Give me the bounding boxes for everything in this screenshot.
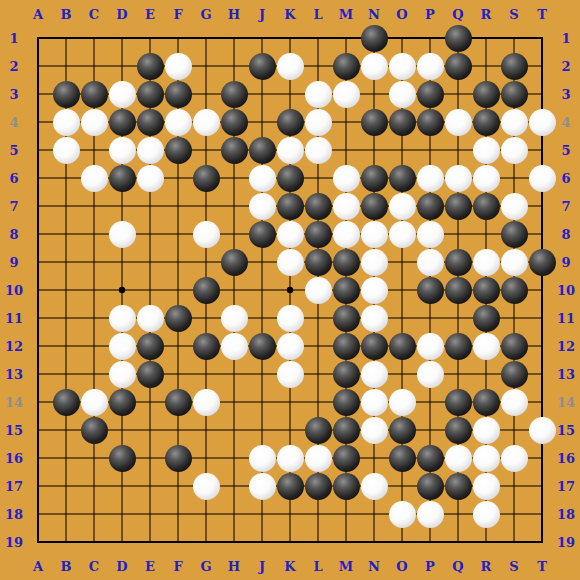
intersection-T3[interactable]	[528, 80, 556, 108]
intersection-G8[interactable]	[192, 220, 220, 248]
intersection-C10[interactable]	[80, 276, 108, 304]
intersection-P13[interactable]	[416, 360, 444, 388]
intersection-G15[interactable]	[192, 416, 220, 444]
intersection-C14[interactable]	[80, 388, 108, 416]
intersection-K8[interactable]	[276, 220, 304, 248]
intersection-F3[interactable]	[164, 80, 192, 108]
intersection-N3[interactable]	[360, 80, 388, 108]
intersection-B4[interactable]	[52, 108, 80, 136]
intersection-B19[interactable]	[52, 528, 80, 556]
intersection-M13[interactable]	[332, 360, 360, 388]
intersection-L8[interactable]	[304, 220, 332, 248]
intersection-S5[interactable]	[500, 136, 528, 164]
intersection-O11[interactable]	[388, 304, 416, 332]
intersection-L18[interactable]	[304, 500, 332, 528]
intersection-L13[interactable]	[304, 360, 332, 388]
intersection-R15[interactable]	[472, 416, 500, 444]
intersection-L3[interactable]	[304, 80, 332, 108]
intersection-F14[interactable]	[164, 388, 192, 416]
intersection-A2[interactable]	[24, 52, 52, 80]
intersection-R1[interactable]	[472, 24, 500, 52]
intersection-H3[interactable]	[220, 80, 248, 108]
intersection-Q2[interactable]	[444, 52, 472, 80]
intersection-B11[interactable]	[52, 304, 80, 332]
intersection-L19[interactable]	[304, 528, 332, 556]
intersection-F16[interactable]	[164, 444, 192, 472]
intersection-K9[interactable]	[276, 248, 304, 276]
intersection-J19[interactable]	[248, 528, 276, 556]
intersection-G10[interactable]	[192, 276, 220, 304]
intersection-Q19[interactable]	[444, 528, 472, 556]
intersection-O17[interactable]	[388, 472, 416, 500]
intersection-C17[interactable]	[80, 472, 108, 500]
intersection-O5[interactable]	[388, 136, 416, 164]
intersection-C1[interactable]	[80, 24, 108, 52]
intersection-M16[interactable]	[332, 444, 360, 472]
intersection-D15[interactable]	[108, 416, 136, 444]
intersection-K12[interactable]	[276, 332, 304, 360]
intersection-O19[interactable]	[388, 528, 416, 556]
intersection-B10[interactable]	[52, 276, 80, 304]
intersection-N5[interactable]	[360, 136, 388, 164]
intersection-Q18[interactable]	[444, 500, 472, 528]
intersection-P6[interactable]	[416, 164, 444, 192]
intersection-J6[interactable]	[248, 164, 276, 192]
intersection-N11[interactable]	[360, 304, 388, 332]
intersection-T2[interactable]	[528, 52, 556, 80]
intersection-B13[interactable]	[52, 360, 80, 388]
intersection-C16[interactable]	[80, 444, 108, 472]
intersection-L4[interactable]	[304, 108, 332, 136]
intersection-K5[interactable]	[276, 136, 304, 164]
intersection-R19[interactable]	[472, 528, 500, 556]
intersection-E17[interactable]	[136, 472, 164, 500]
intersection-J11[interactable]	[248, 304, 276, 332]
intersection-A15[interactable]	[24, 416, 52, 444]
intersection-D7[interactable]	[108, 192, 136, 220]
intersection-J7[interactable]	[248, 192, 276, 220]
intersection-R16[interactable]	[472, 444, 500, 472]
intersection-T10[interactable]	[528, 276, 556, 304]
intersection-J2[interactable]	[248, 52, 276, 80]
intersection-M2[interactable]	[332, 52, 360, 80]
intersection-F2[interactable]	[164, 52, 192, 80]
intersection-C18[interactable]	[80, 500, 108, 528]
intersection-S19[interactable]	[500, 528, 528, 556]
intersection-N12[interactable]	[360, 332, 388, 360]
intersection-K17[interactable]	[276, 472, 304, 500]
intersection-D17[interactable]	[108, 472, 136, 500]
intersection-C2[interactable]	[80, 52, 108, 80]
intersection-J9[interactable]	[248, 248, 276, 276]
intersection-N17[interactable]	[360, 472, 388, 500]
intersection-L14[interactable]	[304, 388, 332, 416]
intersection-H12[interactable]	[220, 332, 248, 360]
intersection-T17[interactable]	[528, 472, 556, 500]
intersection-K18[interactable]	[276, 500, 304, 528]
intersection-R7[interactable]	[472, 192, 500, 220]
intersection-Q8[interactable]	[444, 220, 472, 248]
intersection-K4[interactable]	[276, 108, 304, 136]
intersection-K15[interactable]	[276, 416, 304, 444]
intersection-N19[interactable]	[360, 528, 388, 556]
intersection-E3[interactable]	[136, 80, 164, 108]
intersection-A6[interactable]	[24, 164, 52, 192]
intersection-K19[interactable]	[276, 528, 304, 556]
intersection-H11[interactable]	[220, 304, 248, 332]
intersection-F6[interactable]	[164, 164, 192, 192]
intersection-D8[interactable]	[108, 220, 136, 248]
intersection-T6[interactable]	[528, 164, 556, 192]
intersection-N7[interactable]	[360, 192, 388, 220]
intersection-L1[interactable]	[304, 24, 332, 52]
intersection-B12[interactable]	[52, 332, 80, 360]
intersection-O6[interactable]	[388, 164, 416, 192]
intersection-S8[interactable]	[500, 220, 528, 248]
intersection-D10[interactable]	[108, 276, 136, 304]
intersection-A7[interactable]	[24, 192, 52, 220]
intersection-O4[interactable]	[388, 108, 416, 136]
intersection-N13[interactable]	[360, 360, 388, 388]
intersection-D3[interactable]	[108, 80, 136, 108]
intersection-J8[interactable]	[248, 220, 276, 248]
intersection-S18[interactable]	[500, 500, 528, 528]
intersection-H14[interactable]	[220, 388, 248, 416]
intersection-P7[interactable]	[416, 192, 444, 220]
intersection-D1[interactable]	[108, 24, 136, 52]
intersection-O15[interactable]	[388, 416, 416, 444]
intersection-G4[interactable]	[192, 108, 220, 136]
intersection-M6[interactable]	[332, 164, 360, 192]
intersection-A5[interactable]	[24, 136, 52, 164]
intersection-E11[interactable]	[136, 304, 164, 332]
intersection-R13[interactable]	[472, 360, 500, 388]
intersection-B3[interactable]	[52, 80, 80, 108]
intersection-M5[interactable]	[332, 136, 360, 164]
intersection-Q5[interactable]	[444, 136, 472, 164]
intersection-B9[interactable]	[52, 248, 80, 276]
intersection-F9[interactable]	[164, 248, 192, 276]
intersection-K2[interactable]	[276, 52, 304, 80]
intersection-H9[interactable]	[220, 248, 248, 276]
intersection-G7[interactable]	[192, 192, 220, 220]
intersection-M3[interactable]	[332, 80, 360, 108]
intersection-P4[interactable]	[416, 108, 444, 136]
intersection-T8[interactable]	[528, 220, 556, 248]
intersection-H7[interactable]	[220, 192, 248, 220]
intersection-L11[interactable]	[304, 304, 332, 332]
intersection-F15[interactable]	[164, 416, 192, 444]
intersection-O8[interactable]	[388, 220, 416, 248]
intersection-F7[interactable]	[164, 192, 192, 220]
intersection-Q6[interactable]	[444, 164, 472, 192]
intersection-H10[interactable]	[220, 276, 248, 304]
intersection-P14[interactable]	[416, 388, 444, 416]
intersection-J1[interactable]	[248, 24, 276, 52]
intersection-Q13[interactable]	[444, 360, 472, 388]
intersection-E8[interactable]	[136, 220, 164, 248]
intersection-S17[interactable]	[500, 472, 528, 500]
intersection-B2[interactable]	[52, 52, 80, 80]
intersection-Q1[interactable]	[444, 24, 472, 52]
intersection-F18[interactable]	[164, 500, 192, 528]
intersection-C5[interactable]	[80, 136, 108, 164]
intersection-J12[interactable]	[248, 332, 276, 360]
intersection-P5[interactable]	[416, 136, 444, 164]
intersection-C19[interactable]	[80, 528, 108, 556]
intersection-C7[interactable]	[80, 192, 108, 220]
intersection-J13[interactable]	[248, 360, 276, 388]
intersection-N15[interactable]	[360, 416, 388, 444]
intersection-T19[interactable]	[528, 528, 556, 556]
intersection-P2[interactable]	[416, 52, 444, 80]
intersection-D4[interactable]	[108, 108, 136, 136]
intersection-A1[interactable]	[24, 24, 52, 52]
intersection-L15[interactable]	[304, 416, 332, 444]
intersection-S13[interactable]	[500, 360, 528, 388]
intersection-L2[interactable]	[304, 52, 332, 80]
intersection-G13[interactable]	[192, 360, 220, 388]
intersection-K14[interactable]	[276, 388, 304, 416]
intersection-T5[interactable]	[528, 136, 556, 164]
intersection-K7[interactable]	[276, 192, 304, 220]
intersection-E5[interactable]	[136, 136, 164, 164]
intersection-A10[interactable]	[24, 276, 52, 304]
intersection-E4[interactable]	[136, 108, 164, 136]
intersection-F12[interactable]	[164, 332, 192, 360]
intersection-B15[interactable]	[52, 416, 80, 444]
intersection-B6[interactable]	[52, 164, 80, 192]
intersection-D5[interactable]	[108, 136, 136, 164]
intersection-R14[interactable]	[472, 388, 500, 416]
intersection-R10[interactable]	[472, 276, 500, 304]
intersection-F5[interactable]	[164, 136, 192, 164]
intersection-P9[interactable]	[416, 248, 444, 276]
intersection-G17[interactable]	[192, 472, 220, 500]
intersection-D6[interactable]	[108, 164, 136, 192]
intersection-K6[interactable]	[276, 164, 304, 192]
intersection-P3[interactable]	[416, 80, 444, 108]
intersection-S2[interactable]	[500, 52, 528, 80]
intersection-G12[interactable]	[192, 332, 220, 360]
intersection-E14[interactable]	[136, 388, 164, 416]
intersection-E16[interactable]	[136, 444, 164, 472]
intersection-K10[interactable]	[276, 276, 304, 304]
intersection-J10[interactable]	[248, 276, 276, 304]
intersection-E18[interactable]	[136, 500, 164, 528]
intersection-T9[interactable]	[528, 248, 556, 276]
intersection-G6[interactable]	[192, 164, 220, 192]
intersection-D9[interactable]	[108, 248, 136, 276]
intersection-Q7[interactable]	[444, 192, 472, 220]
intersection-T16[interactable]	[528, 444, 556, 472]
intersection-S14[interactable]	[500, 388, 528, 416]
intersection-C13[interactable]	[80, 360, 108, 388]
intersection-A9[interactable]	[24, 248, 52, 276]
intersection-E7[interactable]	[136, 192, 164, 220]
intersection-E13[interactable]	[136, 360, 164, 388]
intersection-Q3[interactable]	[444, 80, 472, 108]
intersection-B5[interactable]	[52, 136, 80, 164]
intersection-H8[interactable]	[220, 220, 248, 248]
intersection-H6[interactable]	[220, 164, 248, 192]
intersection-S16[interactable]	[500, 444, 528, 472]
intersection-M1[interactable]	[332, 24, 360, 52]
intersection-P8[interactable]	[416, 220, 444, 248]
intersection-P1[interactable]	[416, 24, 444, 52]
intersection-D14[interactable]	[108, 388, 136, 416]
intersection-A17[interactable]	[24, 472, 52, 500]
intersection-L12[interactable]	[304, 332, 332, 360]
intersection-O3[interactable]	[388, 80, 416, 108]
intersection-N4[interactable]	[360, 108, 388, 136]
intersection-J14[interactable]	[248, 388, 276, 416]
intersection-C15[interactable]	[80, 416, 108, 444]
intersection-B1[interactable]	[52, 24, 80, 52]
intersection-M11[interactable]	[332, 304, 360, 332]
intersection-C3[interactable]	[80, 80, 108, 108]
intersection-F11[interactable]	[164, 304, 192, 332]
intersection-H1[interactable]	[220, 24, 248, 52]
intersection-S1[interactable]	[500, 24, 528, 52]
intersection-M14[interactable]	[332, 388, 360, 416]
intersection-L9[interactable]	[304, 248, 332, 276]
intersection-C8[interactable]	[80, 220, 108, 248]
intersection-A4[interactable]	[24, 108, 52, 136]
intersection-D16[interactable]	[108, 444, 136, 472]
intersection-S12[interactable]	[500, 332, 528, 360]
intersection-R2[interactable]	[472, 52, 500, 80]
intersection-A18[interactable]	[24, 500, 52, 528]
intersection-N10[interactable]	[360, 276, 388, 304]
intersection-S4[interactable]	[500, 108, 528, 136]
intersection-S11[interactable]	[500, 304, 528, 332]
intersection-M17[interactable]	[332, 472, 360, 500]
intersection-P12[interactable]	[416, 332, 444, 360]
intersection-M10[interactable]	[332, 276, 360, 304]
intersection-C11[interactable]	[80, 304, 108, 332]
intersection-D19[interactable]	[108, 528, 136, 556]
intersection-T1[interactable]	[528, 24, 556, 52]
intersection-T18[interactable]	[528, 500, 556, 528]
intersection-R8[interactable]	[472, 220, 500, 248]
intersection-M12[interactable]	[332, 332, 360, 360]
intersection-D13[interactable]	[108, 360, 136, 388]
intersection-K13[interactable]	[276, 360, 304, 388]
intersection-F13[interactable]	[164, 360, 192, 388]
intersection-L5[interactable]	[304, 136, 332, 164]
intersection-S6[interactable]	[500, 164, 528, 192]
intersection-T13[interactable]	[528, 360, 556, 388]
intersection-A11[interactable]	[24, 304, 52, 332]
intersection-Q16[interactable]	[444, 444, 472, 472]
intersection-T4[interactable]	[528, 108, 556, 136]
intersection-J3[interactable]	[248, 80, 276, 108]
intersection-M7[interactable]	[332, 192, 360, 220]
intersection-O13[interactable]	[388, 360, 416, 388]
intersection-A19[interactable]	[24, 528, 52, 556]
intersection-R3[interactable]	[472, 80, 500, 108]
intersection-O1[interactable]	[388, 24, 416, 52]
intersection-T15[interactable]	[528, 416, 556, 444]
intersection-J4[interactable]	[248, 108, 276, 136]
intersection-Q10[interactable]	[444, 276, 472, 304]
intersection-T11[interactable]	[528, 304, 556, 332]
intersection-S7[interactable]	[500, 192, 528, 220]
intersection-R12[interactable]	[472, 332, 500, 360]
intersection-A16[interactable]	[24, 444, 52, 472]
intersection-H18[interactable]	[220, 500, 248, 528]
intersection-R5[interactable]	[472, 136, 500, 164]
intersection-A8[interactable]	[24, 220, 52, 248]
intersection-K1[interactable]	[276, 24, 304, 52]
intersection-G5[interactable]	[192, 136, 220, 164]
intersection-R17[interactable]	[472, 472, 500, 500]
intersection-B16[interactable]	[52, 444, 80, 472]
intersection-O2[interactable]	[388, 52, 416, 80]
intersection-N9[interactable]	[360, 248, 388, 276]
intersection-E2[interactable]	[136, 52, 164, 80]
intersection-T14[interactable]	[528, 388, 556, 416]
intersection-Q15[interactable]	[444, 416, 472, 444]
intersection-B8[interactable]	[52, 220, 80, 248]
intersection-N2[interactable]	[360, 52, 388, 80]
intersection-G19[interactable]	[192, 528, 220, 556]
intersection-B7[interactable]	[52, 192, 80, 220]
intersection-E19[interactable]	[136, 528, 164, 556]
intersection-E9[interactable]	[136, 248, 164, 276]
intersection-T12[interactable]	[528, 332, 556, 360]
intersection-Q14[interactable]	[444, 388, 472, 416]
intersection-C9[interactable]	[80, 248, 108, 276]
intersection-L10[interactable]	[304, 276, 332, 304]
intersection-Q12[interactable]	[444, 332, 472, 360]
intersection-H2[interactable]	[220, 52, 248, 80]
intersection-O12[interactable]	[388, 332, 416, 360]
intersection-T7[interactable]	[528, 192, 556, 220]
intersection-A14[interactable]	[24, 388, 52, 416]
intersection-N8[interactable]	[360, 220, 388, 248]
intersection-J18[interactable]	[248, 500, 276, 528]
intersection-F17[interactable]	[164, 472, 192, 500]
intersection-M4[interactable]	[332, 108, 360, 136]
intersection-G16[interactable]	[192, 444, 220, 472]
intersection-K3[interactable]	[276, 80, 304, 108]
intersection-G14[interactable]	[192, 388, 220, 416]
intersection-D12[interactable]	[108, 332, 136, 360]
intersection-M9[interactable]	[332, 248, 360, 276]
intersection-F10[interactable]	[164, 276, 192, 304]
intersection-C12[interactable]	[80, 332, 108, 360]
intersection-H15[interactable]	[220, 416, 248, 444]
intersection-R9[interactable]	[472, 248, 500, 276]
intersection-L17[interactable]	[304, 472, 332, 500]
intersection-A13[interactable]	[24, 360, 52, 388]
intersection-C4[interactable]	[80, 108, 108, 136]
intersection-R11[interactable]	[472, 304, 500, 332]
intersection-S3[interactable]	[500, 80, 528, 108]
intersection-G1[interactable]	[192, 24, 220, 52]
intersection-K16[interactable]	[276, 444, 304, 472]
intersection-P17[interactable]	[416, 472, 444, 500]
intersection-H5[interactable]	[220, 136, 248, 164]
intersection-J15[interactable]	[248, 416, 276, 444]
intersection-B17[interactable]	[52, 472, 80, 500]
intersection-M8[interactable]	[332, 220, 360, 248]
intersection-E12[interactable]	[136, 332, 164, 360]
intersection-L16[interactable]	[304, 444, 332, 472]
intersection-G2[interactable]	[192, 52, 220, 80]
